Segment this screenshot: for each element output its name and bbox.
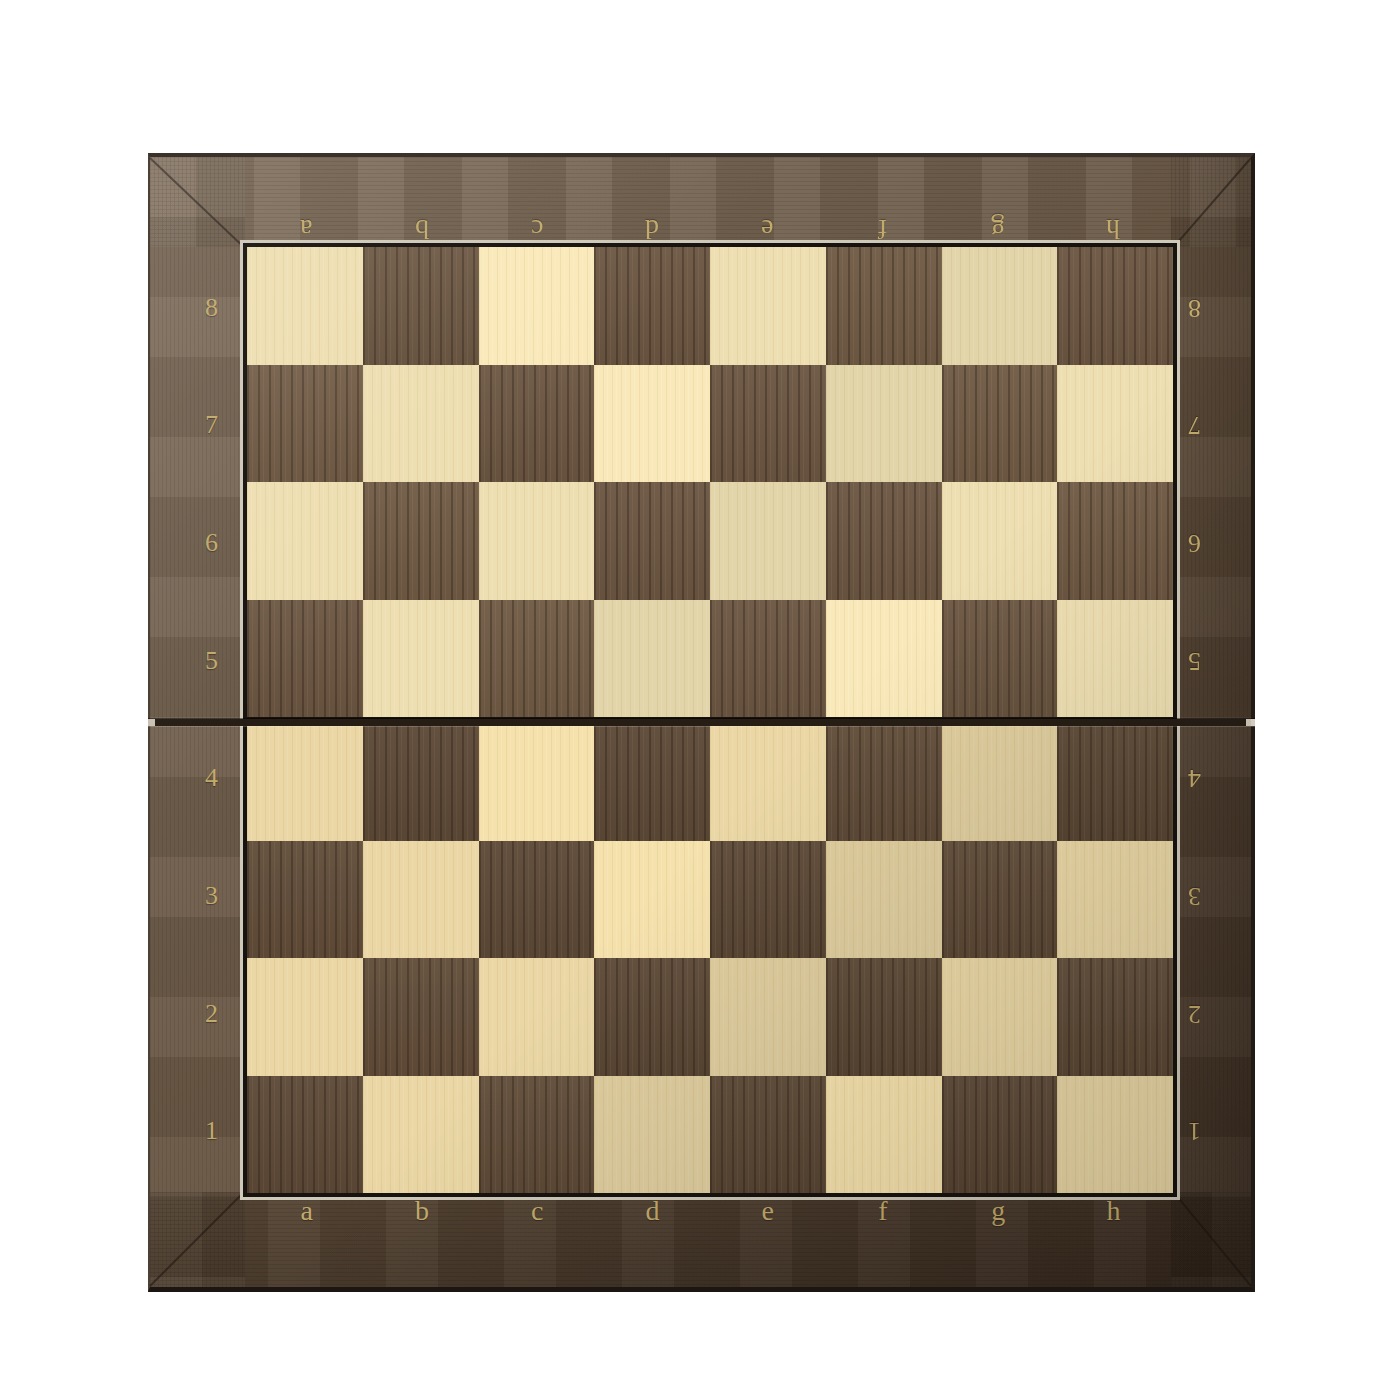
square-g8[interactable] bbox=[942, 247, 1058, 365]
file-label-bottom-e: e bbox=[761, 1195, 773, 1227]
file-label-bottom-b: b bbox=[415, 1195, 429, 1227]
file-label-bottom-a: a bbox=[300, 1195, 312, 1227]
file-label-bottom-c: c bbox=[531, 1195, 543, 1227]
square-b4[interactable] bbox=[363, 723, 479, 841]
square-f8[interactable] bbox=[826, 247, 942, 365]
rank-label-left-6: 6 bbox=[205, 528, 218, 558]
square-d4[interactable] bbox=[594, 723, 710, 841]
square-h1[interactable] bbox=[1057, 1076, 1173, 1194]
square-h3[interactable] bbox=[1057, 841, 1173, 959]
square-b7[interactable] bbox=[363, 365, 479, 483]
square-e4[interactable] bbox=[710, 723, 826, 841]
square-h2[interactable] bbox=[1057, 958, 1173, 1076]
miter-joint-top-left bbox=[149, 157, 245, 249]
square-d1[interactable] bbox=[594, 1076, 710, 1194]
square-g1[interactable] bbox=[942, 1076, 1058, 1194]
square-c8[interactable] bbox=[479, 247, 595, 365]
square-d3[interactable] bbox=[594, 841, 710, 959]
square-a4[interactable] bbox=[247, 723, 363, 841]
square-b6[interactable] bbox=[363, 482, 479, 600]
rank-label-right-1: 1 bbox=[1188, 1116, 1201, 1146]
square-b8[interactable] bbox=[363, 247, 479, 365]
rank-label-right-5: 5 bbox=[1188, 646, 1201, 676]
file-labels-bottom: abcdefgh bbox=[249, 1185, 1171, 1287]
rank-label-left-8: 8 bbox=[205, 293, 218, 323]
square-g3[interactable] bbox=[942, 841, 1058, 959]
square-c1[interactable] bbox=[479, 1076, 595, 1194]
miter-joint-bottom-right bbox=[1172, 1190, 1252, 1286]
square-f2[interactable] bbox=[826, 958, 942, 1076]
square-f3[interactable] bbox=[826, 841, 942, 959]
rank-label-left-1: 1 bbox=[205, 1116, 218, 1146]
square-b2[interactable] bbox=[363, 958, 479, 1076]
miter-joint-top-right bbox=[1172, 157, 1252, 248]
file-label-bottom-f: f bbox=[878, 1195, 887, 1227]
square-g6[interactable] bbox=[942, 482, 1058, 600]
rank-label-right-3: 3 bbox=[1188, 881, 1201, 911]
square-h4[interactable] bbox=[1057, 723, 1173, 841]
square-d5[interactable] bbox=[594, 600, 710, 718]
file-label-top-b: b bbox=[415, 213, 429, 245]
rank-label-right-4: 4 bbox=[1188, 763, 1201, 793]
square-c2[interactable] bbox=[479, 958, 595, 1076]
square-a6[interactable] bbox=[247, 482, 363, 600]
square-h7[interactable] bbox=[1057, 365, 1173, 483]
rank-label-right-7: 7 bbox=[1188, 410, 1201, 440]
file-label-bottom-h: h bbox=[1106, 1195, 1120, 1227]
square-d2[interactable] bbox=[594, 958, 710, 1076]
miter-joint-bottom-left bbox=[149, 1191, 245, 1287]
square-h8[interactable] bbox=[1057, 247, 1173, 365]
square-e6[interactable] bbox=[710, 482, 826, 600]
square-a2[interactable] bbox=[247, 958, 363, 1076]
board-half-top bbox=[247, 247, 1173, 717]
square-a5[interactable] bbox=[247, 600, 363, 718]
rank-label-right-2: 2 bbox=[1188, 999, 1201, 1029]
file-label-top-e: e bbox=[761, 213, 773, 245]
file-label-top-d: d bbox=[645, 213, 659, 245]
file-labels-top: abcdefgh bbox=[249, 157, 1171, 252]
square-c7[interactable] bbox=[479, 365, 595, 483]
file-label-top-h: h bbox=[1106, 213, 1120, 245]
square-g4[interactable] bbox=[942, 723, 1058, 841]
square-d8[interactable] bbox=[594, 247, 710, 365]
square-e1[interactable] bbox=[710, 1076, 826, 1194]
square-f5[interactable] bbox=[826, 600, 942, 718]
square-b1[interactable] bbox=[363, 1076, 479, 1194]
file-label-top-a: a bbox=[300, 213, 312, 245]
rank-label-right-6: 6 bbox=[1188, 528, 1201, 558]
square-f1[interactable] bbox=[826, 1076, 942, 1194]
playing-area bbox=[243, 243, 1177, 1197]
square-b5[interactable] bbox=[363, 600, 479, 718]
square-g2[interactable] bbox=[942, 958, 1058, 1076]
square-d6[interactable] bbox=[594, 482, 710, 600]
rank-label-left-7: 7 bbox=[205, 410, 218, 440]
file-label-top-c: c bbox=[531, 213, 543, 245]
rank-labels-right: 87654321 bbox=[1173, 249, 1251, 1190]
square-a1[interactable] bbox=[247, 1076, 363, 1194]
square-f7[interactable] bbox=[826, 365, 942, 483]
file-label-top-g: g bbox=[991, 213, 1005, 245]
rank-label-left-5: 5 bbox=[205, 646, 218, 676]
chessboard: abcdefgh abcdefgh 87654321 87654321 bbox=[148, 153, 1255, 1292]
rank-label-left-4: 4 bbox=[205, 763, 218, 793]
file-label-bottom-g: g bbox=[991, 1195, 1005, 1227]
rank-labels-left: 87654321 bbox=[150, 249, 245, 1190]
square-f4[interactable] bbox=[826, 723, 942, 841]
square-c5[interactable] bbox=[479, 600, 595, 718]
square-h5[interactable] bbox=[1057, 600, 1173, 718]
board-half-bottom bbox=[247, 723, 1173, 1193]
square-f6[interactable] bbox=[826, 482, 942, 600]
square-g5[interactable] bbox=[942, 600, 1058, 718]
rank-label-left-2: 2 bbox=[205, 999, 218, 1029]
square-d7[interactable] bbox=[594, 365, 710, 483]
square-g7[interactable] bbox=[942, 365, 1058, 483]
square-e8[interactable] bbox=[710, 247, 826, 365]
square-a3[interactable] bbox=[247, 841, 363, 959]
file-label-top-f: f bbox=[878, 213, 887, 245]
file-label-bottom-d: d bbox=[645, 1195, 659, 1227]
square-c6[interactable] bbox=[479, 482, 595, 600]
square-b3[interactable] bbox=[363, 841, 479, 959]
square-e3[interactable] bbox=[710, 841, 826, 959]
square-a7[interactable] bbox=[247, 365, 363, 483]
rank-label-left-3: 3 bbox=[205, 881, 218, 911]
rank-label-right-8: 8 bbox=[1188, 293, 1201, 323]
square-e7[interactable] bbox=[710, 365, 826, 483]
square-e5[interactable] bbox=[710, 600, 826, 718]
square-h6[interactable] bbox=[1057, 482, 1173, 600]
photo-background: abcdefgh abcdefgh 87654321 87654321 bbox=[0, 0, 1400, 1400]
square-e2[interactable] bbox=[710, 958, 826, 1076]
square-a8[interactable] bbox=[247, 247, 363, 365]
square-c3[interactable] bbox=[479, 841, 595, 959]
square-c4[interactable] bbox=[479, 723, 595, 841]
